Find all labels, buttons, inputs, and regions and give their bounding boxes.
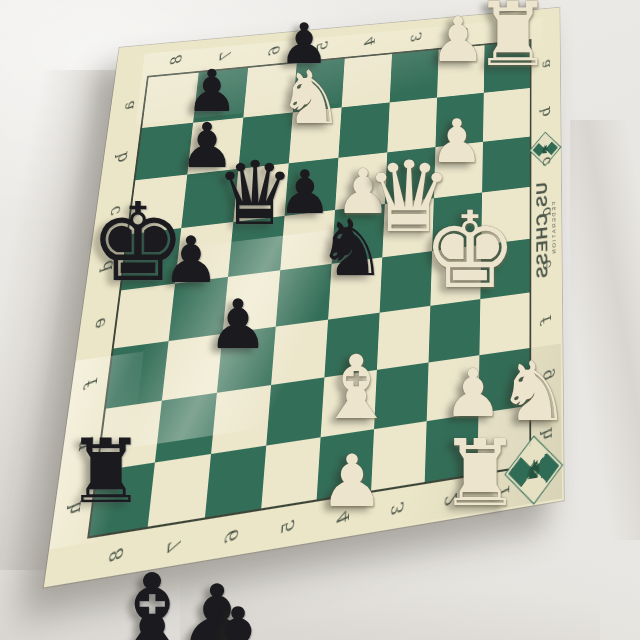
white-bishop-g4: ♝ [317,344,396,432]
white-king-e2: ♚ [422,198,517,304]
coord-right-e: e [537,257,554,269]
coord-top-3: 3 [408,31,425,41]
white-pawn-g2: ♟ [443,361,502,427]
black-pawn-e7: ♟ [162,228,219,292]
coord-right-d: d [537,205,554,217]
black-pawn-f6: ♟ [208,291,269,359]
board-square-g7 [155,393,217,463]
board-square-g6 [211,385,271,454]
coord-top-4: 4 [361,35,378,46]
coord-right-f: f [537,313,554,322]
table-scene: ♞ US CHESS FEDERATION ♞ 88aa77bb66cc55dd… [0,0,640,640]
white-pawn-h4: ♟ [320,445,385,517]
coord-left-b: b [112,150,132,162]
board-square-h7 [148,454,211,527]
board-square-b1 [483,88,530,142]
board-square-h5 [261,437,320,508]
coord-bottom-5: 5 [277,518,297,533]
black-pawn-a5: ♟ [279,16,329,72]
tablecloth-crease [570,120,640,540]
board-square-c1 [482,137,530,193]
knight-logo-icon: ♞ [541,142,551,156]
board-square-a4 [342,54,392,107]
coord-bottom-3: 3 [387,500,406,515]
black-rook-h8: ♜ [67,428,146,516]
white-rook-h1: ♜ [439,428,521,520]
black-pawn-captured: ♟ [199,596,276,640]
board-square-f8 [106,341,169,409]
coord-left-e: e [89,315,110,328]
coord-right-b: b [537,105,553,116]
coord-bottom-7: 7 [163,536,185,552]
coord-top-8: 8 [166,53,185,64]
coord-bottom-6: 6 [221,527,242,543]
white-pawn-a2: ♟ [430,9,486,71]
coord-right-c: c [537,155,553,165]
black-knight-e4: ♞ [317,209,387,287]
knight-logo-icon: ♞ [524,453,544,486]
coord-left-f: f [81,376,102,385]
board-square-h6 [205,446,266,518]
coord-left-a: a [119,99,138,110]
